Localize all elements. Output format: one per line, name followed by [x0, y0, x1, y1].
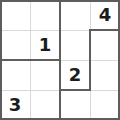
cell-r4c4[interactable]: [90, 90, 120, 120]
cell-r4c3[interactable]: [60, 90, 90, 120]
cell-r1c1[interactable]: [0, 0, 30, 30]
cell-r4c2[interactable]: [30, 90, 60, 120]
cell-r2c3[interactable]: [60, 30, 90, 60]
cell-r1c4[interactable]: 4: [90, 0, 120, 30]
puzzle-stage: 4123: [0, 0, 120, 120]
cell-r2c4[interactable]: [90, 30, 120, 60]
cell-r1c3[interactable]: [60, 0, 90, 30]
cell-r3c1[interactable]: [0, 60, 30, 90]
sudoku-board: 4123: [0, 0, 120, 120]
cell-r4c1[interactable]: 3: [0, 90, 30, 120]
cell-r3c2[interactable]: [30, 60, 60, 90]
cell-r2c1[interactable]: [0, 30, 30, 60]
cell-r1c2[interactable]: [30, 0, 60, 30]
cell-r3c3[interactable]: 2: [60, 60, 90, 90]
cell-r3c4[interactable]: [90, 60, 120, 90]
cell-r2c2[interactable]: 1: [30, 30, 60, 60]
